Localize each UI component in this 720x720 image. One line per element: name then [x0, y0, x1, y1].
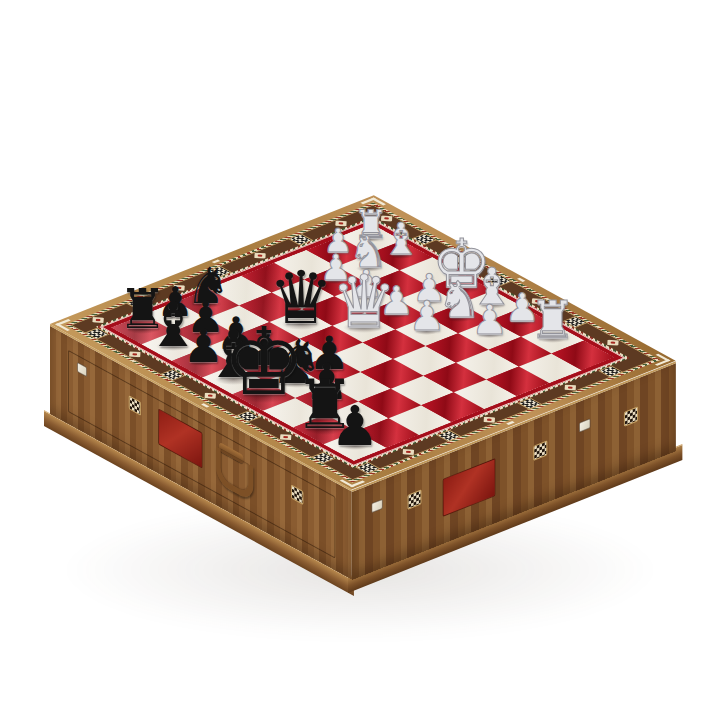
chess-set-product-photo: ♜♟♞♝♟♟♟♛♝♟♚♞♟♟♜♟♟♜♟♞♝♟♛♟♟♚♟♞♝♟♟♜: [0, 0, 720, 720]
pieces-layer: ♜♟♞♝♟♟♟♛♝♟♚♞♟♟♜♟♟♜♟♞♝♟♛♟♟♚♟♞♝♟♟♜: [0, 0, 720, 720]
